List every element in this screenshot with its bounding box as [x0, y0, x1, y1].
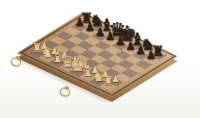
- pieces-layer: ♜♞♝♛♚♝♞♜♟♟♟♟♟♟♟♟♟♟♟♟♟♟♟♟♜♞♝♛♚♝♞♜: [0, 0, 200, 118]
- piece-black-pawn[interactable]: ♟: [146, 50, 156, 61]
- piece-black-pawn[interactable]: ♟: [74, 17, 84, 28]
- piece-black-pawn[interactable]: ♟: [95, 27, 105, 38]
- piece-black-pawn[interactable]: ♟: [125, 41, 135, 52]
- piece-black-pawn[interactable]: ♟: [115, 36, 125, 47]
- piece-black-pawn[interactable]: ♟: [105, 31, 115, 42]
- piece-white-rook[interactable]: ♜: [103, 76, 114, 88]
- product-photo-scene: ♜♞♝♛♚♝♞♜♟♟♟♟♟♟♟♟♟♟♟♟♟♟♟♟♜♞♝♛♚♝♞♜: [0, 0, 200, 118]
- piece-black-pawn[interactable]: ♟: [85, 22, 95, 33]
- piece-black-pawn[interactable]: ♟: [136, 45, 146, 56]
